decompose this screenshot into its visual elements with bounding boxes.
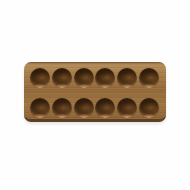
pit-row-top: [30, 68, 159, 88]
pit-top-3[interactable]: [74, 68, 94, 88]
pit-bottom-6[interactable]: [139, 98, 159, 118]
pit-top-2[interactable]: [52, 68, 72, 88]
pit-bottom-4[interactable]: [95, 98, 115, 118]
pit-bottom-2[interactable]: [52, 98, 72, 118]
pit-bottom-3[interactable]: [74, 98, 94, 118]
pit-top-5[interactable]: [117, 68, 137, 88]
pit-bottom-5[interactable]: [117, 98, 137, 118]
pit-top-1[interactable]: [30, 68, 50, 88]
pit-top-4[interactable]: [95, 68, 115, 88]
photo-background: [0, 0, 190, 190]
pit-bottom-1[interactable]: [30, 98, 50, 118]
pit-row-bottom: [30, 98, 159, 118]
pit-top-6[interactable]: [139, 68, 159, 88]
mancala-board: [24, 62, 166, 122]
